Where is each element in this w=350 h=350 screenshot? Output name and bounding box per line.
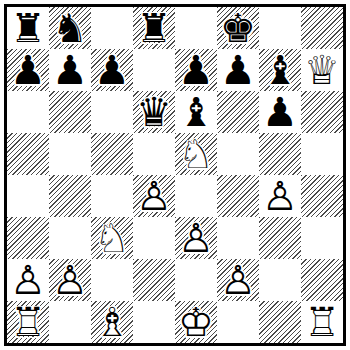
square-e8[interactable]	[175, 7, 217, 49]
square-c1[interactable]: ♝♗	[91, 301, 133, 343]
square-g7[interactable]: ♝	[259, 49, 301, 91]
square-b4[interactable]	[49, 175, 91, 217]
square-d4[interactable]: ♟♙	[133, 175, 175, 217]
square-f1[interactable]	[217, 301, 259, 343]
white-pawn-fill: ♟	[7, 259, 49, 301]
square-d1[interactable]	[133, 301, 175, 343]
square-g4[interactable]: ♟♙	[259, 175, 301, 217]
white-rook: ♖	[301, 301, 343, 343]
square-a6[interactable]	[7, 91, 49, 133]
black-pawn: ♟	[217, 49, 259, 91]
square-d6[interactable]: ♛	[133, 91, 175, 133]
square-d7[interactable]	[133, 49, 175, 91]
square-b7[interactable]: ♟	[49, 49, 91, 91]
board-border: ♜♞♜♚♟♟♟♟♟♝♛♕♛♝♟♞♘♟♙♟♙♞♘♟♙♟♙♟♙♟♙♜♖♝♗♚♔♜♖	[4, 4, 346, 346]
square-a4[interactable]	[7, 175, 49, 217]
square-h4[interactable]	[301, 175, 343, 217]
square-h1[interactable]: ♜♖	[301, 301, 343, 343]
square-d3[interactable]	[133, 217, 175, 259]
white-pawn: ♙	[259, 175, 301, 217]
square-a7[interactable]: ♟	[7, 49, 49, 91]
square-a3[interactable]	[7, 217, 49, 259]
square-f6[interactable]	[217, 91, 259, 133]
square-h3[interactable]	[301, 217, 343, 259]
white-pawn-fill: ♟	[49, 259, 91, 301]
square-g2[interactable]	[259, 259, 301, 301]
black-pawn: ♟	[7, 49, 49, 91]
chess-diagram-page: ♜♞♜♚♟♟♟♟♟♝♛♕♛♝♟♞♘♟♙♟♙♞♘♟♙♟♙♟♙♟♙♜♖♝♗♚♔♜♖	[0, 0, 350, 350]
square-e7[interactable]: ♟	[175, 49, 217, 91]
white-rook-fill: ♜	[301, 301, 343, 343]
white-bishop: ♗	[91, 301, 133, 343]
square-a5[interactable]	[7, 133, 49, 175]
square-b1[interactable]	[49, 301, 91, 343]
square-g1[interactable]	[259, 301, 301, 343]
black-pawn: ♟	[175, 49, 217, 91]
square-e1[interactable]: ♚♔	[175, 301, 217, 343]
square-d5[interactable]	[133, 133, 175, 175]
square-b3[interactable]	[49, 217, 91, 259]
white-knight: ♘	[175, 133, 217, 175]
square-h6[interactable]	[301, 91, 343, 133]
white-queen: ♕	[301, 49, 343, 91]
square-e4[interactable]	[175, 175, 217, 217]
black-king: ♚	[217, 7, 259, 49]
square-h7[interactable]: ♛♕	[301, 49, 343, 91]
white-pawn: ♙	[175, 217, 217, 259]
square-g8[interactable]	[259, 7, 301, 49]
square-b5[interactable]	[49, 133, 91, 175]
chess-board: ♜♞♜♚♟♟♟♟♟♝♛♕♛♝♟♞♘♟♙♟♙♞♘♟♙♟♙♟♙♟♙♜♖♝♗♚♔♜♖	[7, 7, 343, 343]
square-h8[interactable]	[301, 7, 343, 49]
square-e5[interactable]: ♞♘	[175, 133, 217, 175]
white-king: ♔	[175, 301, 217, 343]
square-e6[interactable]: ♝	[175, 91, 217, 133]
white-pawn-fill: ♟	[217, 259, 259, 301]
square-f3[interactable]	[217, 217, 259, 259]
square-g5[interactable]	[259, 133, 301, 175]
square-f5[interactable]	[217, 133, 259, 175]
black-bishop: ♝	[259, 49, 301, 91]
square-h2[interactable]	[301, 259, 343, 301]
square-f8[interactable]: ♚	[217, 7, 259, 49]
white-king-fill: ♚	[175, 301, 217, 343]
white-rook: ♖	[7, 301, 49, 343]
white-knight-fill: ♞	[91, 217, 133, 259]
black-rook: ♜	[133, 7, 175, 49]
square-c6[interactable]	[91, 91, 133, 133]
black-knight: ♞	[49, 7, 91, 49]
square-d2[interactable]	[133, 259, 175, 301]
white-pawn: ♙	[133, 175, 175, 217]
white-rook-fill: ♜	[7, 301, 49, 343]
square-c8[interactable]	[91, 7, 133, 49]
white-pawn: ♙	[7, 259, 49, 301]
square-a1[interactable]: ♜♖	[7, 301, 49, 343]
white-pawn-fill: ♟	[133, 175, 175, 217]
square-c3[interactable]: ♞♘	[91, 217, 133, 259]
white-pawn-fill: ♟	[259, 175, 301, 217]
square-c7[interactable]: ♟	[91, 49, 133, 91]
black-rook: ♜	[7, 7, 49, 49]
square-c5[interactable]	[91, 133, 133, 175]
white-knight-fill: ♞	[175, 133, 217, 175]
square-f4[interactable]	[217, 175, 259, 217]
square-f2[interactable]: ♟♙	[217, 259, 259, 301]
square-f7[interactable]: ♟	[217, 49, 259, 91]
square-b8[interactable]: ♞	[49, 7, 91, 49]
white-bishop-fill: ♝	[91, 301, 133, 343]
square-g3[interactable]	[259, 217, 301, 259]
black-queen: ♛	[133, 91, 175, 133]
square-e3[interactable]: ♟♙	[175, 217, 217, 259]
black-pawn: ♟	[49, 49, 91, 91]
black-pawn: ♟	[91, 49, 133, 91]
black-bishop: ♝	[175, 91, 217, 133]
square-b2[interactable]: ♟♙	[49, 259, 91, 301]
square-c4[interactable]	[91, 175, 133, 217]
square-h5[interactable]	[301, 133, 343, 175]
square-a2[interactable]: ♟♙	[7, 259, 49, 301]
black-pawn: ♟	[259, 91, 301, 133]
white-knight: ♘	[91, 217, 133, 259]
white-queen-fill: ♛	[301, 49, 343, 91]
square-c2[interactable]	[91, 259, 133, 301]
white-pawn: ♙	[49, 259, 91, 301]
square-b6[interactable]	[49, 91, 91, 133]
white-pawn-fill: ♟	[175, 217, 217, 259]
square-d8[interactable]: ♜	[133, 7, 175, 49]
square-e2[interactable]	[175, 259, 217, 301]
white-pawn: ♙	[217, 259, 259, 301]
square-g6[interactable]: ♟	[259, 91, 301, 133]
square-a8[interactable]: ♜	[7, 7, 49, 49]
